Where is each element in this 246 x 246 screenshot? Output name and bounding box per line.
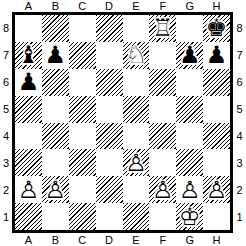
square-b5[interactable] xyxy=(42,96,69,123)
square-c6[interactable] xyxy=(69,69,96,96)
chess-diagram: ABCDEFGH 87654321 ♜♖♚♝♟♞♘♟♟♟♟♙♟♙♟♙♟♙♟♙♟♙… xyxy=(0,0,246,246)
rank-labels-right: 87654321 xyxy=(233,15,246,230)
white-pawn: ♟♙ xyxy=(203,176,230,203)
square-h1[interactable] xyxy=(203,203,230,230)
file-label: G xyxy=(176,0,203,12)
file-labels-top: ABCDEFGH xyxy=(15,0,230,12)
square-a2[interactable]: ♟♙ xyxy=(15,176,42,203)
rank-label: 4 xyxy=(0,123,12,150)
square-b1[interactable] xyxy=(42,203,69,230)
square-h6[interactable] xyxy=(203,69,230,96)
square-e5[interactable] xyxy=(123,96,150,123)
white-king: ♚♔ xyxy=(176,203,203,230)
white-pawn: ♟♙ xyxy=(149,176,176,203)
square-e4[interactable] xyxy=(123,123,150,150)
square-f5[interactable] xyxy=(149,96,176,123)
rank-label: 4 xyxy=(233,123,246,150)
file-label: B xyxy=(42,0,69,12)
square-d3[interactable] xyxy=(96,149,123,176)
square-h5[interactable] xyxy=(203,96,230,123)
square-g8[interactable] xyxy=(176,15,203,42)
file-label: E xyxy=(123,0,150,12)
file-label: A xyxy=(15,0,42,12)
rank-label: 3 xyxy=(0,149,12,176)
white-pawn: ♟♙ xyxy=(176,176,203,203)
square-c3[interactable] xyxy=(69,149,96,176)
square-e7[interactable]: ♞♘ xyxy=(123,42,150,69)
rank-label: 6 xyxy=(233,69,246,96)
black-bishop: ♝ xyxy=(15,42,42,69)
rank-label: 6 xyxy=(0,69,12,96)
file-label: H xyxy=(203,0,230,12)
file-label: F xyxy=(149,0,176,12)
square-e1[interactable] xyxy=(123,203,150,230)
square-d5[interactable] xyxy=(96,96,123,123)
square-b7[interactable]: ♟ xyxy=(42,42,69,69)
square-g4[interactable] xyxy=(176,123,203,150)
square-h4[interactable] xyxy=(203,123,230,150)
square-g5[interactable] xyxy=(176,96,203,123)
square-a8[interactable] xyxy=(15,15,42,42)
square-f3[interactable] xyxy=(149,149,176,176)
square-g6[interactable] xyxy=(176,69,203,96)
rank-label: 5 xyxy=(0,96,12,123)
square-g1[interactable]: ♚♔ xyxy=(176,203,203,230)
square-e8[interactable] xyxy=(123,15,150,42)
square-a7[interactable]: ♝ xyxy=(15,42,42,69)
square-c5[interactable] xyxy=(69,96,96,123)
rank-label: 2 xyxy=(0,176,12,203)
square-b2[interactable]: ♟♙ xyxy=(42,176,69,203)
file-label: F xyxy=(149,233,176,246)
file-label: E xyxy=(123,233,150,246)
rank-label: 2 xyxy=(233,176,246,203)
square-b8[interactable] xyxy=(42,15,69,42)
white-pawn: ♟♙ xyxy=(15,176,42,203)
white-knight: ♞♘ xyxy=(123,42,150,69)
black-pawn: ♟ xyxy=(42,42,69,69)
square-b3[interactable] xyxy=(42,149,69,176)
square-e3[interactable]: ♟♙ xyxy=(123,149,150,176)
file-label: A xyxy=(15,233,42,246)
square-f6[interactable] xyxy=(149,69,176,96)
rank-label: 1 xyxy=(0,203,12,230)
square-d1[interactable] xyxy=(96,203,123,230)
square-c8[interactable] xyxy=(69,15,96,42)
square-d4[interactable] xyxy=(96,123,123,150)
square-c1[interactable] xyxy=(69,203,96,230)
file-labels-bottom: ABCDEFGH xyxy=(15,233,230,246)
square-f1[interactable] xyxy=(149,203,176,230)
rank-label: 1 xyxy=(233,203,246,230)
chess-board: ♜♖♚♝♟♞♘♟♟♟♟♙♟♙♟♙♟♙♟♙♟♙♚♔ xyxy=(12,12,233,233)
square-d6[interactable] xyxy=(96,69,123,96)
square-a6[interactable]: ♟ xyxy=(15,69,42,96)
file-label: D xyxy=(96,233,123,246)
black-pawn: ♟ xyxy=(15,69,42,96)
white-pawn: ♟♙ xyxy=(42,176,69,203)
white-pawn: ♟♙ xyxy=(123,149,150,176)
square-g3[interactable] xyxy=(176,149,203,176)
square-c4[interactable] xyxy=(69,123,96,150)
file-label: B xyxy=(42,233,69,246)
square-f2[interactable]: ♟♙ xyxy=(149,176,176,203)
file-label: G xyxy=(176,233,203,246)
square-d2[interactable] xyxy=(96,176,123,203)
rank-labels-left: 87654321 xyxy=(0,15,12,230)
square-h7[interactable]: ♟ xyxy=(203,42,230,69)
white-rook: ♜♖ xyxy=(149,15,176,42)
file-label: C xyxy=(69,233,96,246)
rank-label: 8 xyxy=(233,15,246,42)
square-a5[interactable] xyxy=(15,96,42,123)
square-e2[interactable] xyxy=(123,176,150,203)
square-b4[interactable] xyxy=(42,123,69,150)
square-d8[interactable] xyxy=(96,15,123,42)
square-g7[interactable]: ♟ xyxy=(176,42,203,69)
square-a4[interactable] xyxy=(15,123,42,150)
rank-label: 5 xyxy=(233,96,246,123)
square-a1[interactable] xyxy=(15,203,42,230)
rank-label: 8 xyxy=(0,15,12,42)
square-d7[interactable] xyxy=(96,42,123,69)
rank-label: 3 xyxy=(233,149,246,176)
square-b6[interactable] xyxy=(42,69,69,96)
file-label: H xyxy=(203,233,230,246)
square-h8[interactable]: ♚ xyxy=(203,15,230,42)
square-f8[interactable]: ♜♖ xyxy=(149,15,176,42)
black-king: ♚ xyxy=(203,15,230,42)
file-label: D xyxy=(96,0,123,12)
rank-label: 7 xyxy=(233,42,246,69)
square-f7[interactable] xyxy=(149,42,176,69)
square-a3[interactable] xyxy=(15,149,42,176)
square-g2[interactable]: ♟♙ xyxy=(176,176,203,203)
rank-label: 7 xyxy=(0,42,12,69)
square-h3[interactable] xyxy=(203,149,230,176)
black-pawn: ♟ xyxy=(176,42,203,69)
square-c2[interactable] xyxy=(69,176,96,203)
square-f4[interactable] xyxy=(149,123,176,150)
file-label: C xyxy=(69,0,96,12)
square-e6[interactable] xyxy=(123,69,150,96)
black-pawn: ♟ xyxy=(203,42,230,69)
square-c7[interactable] xyxy=(69,42,96,69)
square-h2[interactable]: ♟♙ xyxy=(203,176,230,203)
